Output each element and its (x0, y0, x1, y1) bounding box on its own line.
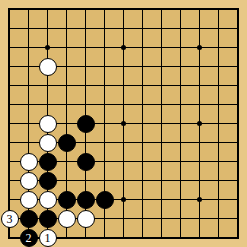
board-point (152, 38, 171, 57)
board-point (133, 133, 152, 152)
hoshi-dot (197, 197, 202, 202)
board-point (114, 190, 133, 209)
board-point (209, 57, 228, 76)
board-point (228, 38, 247, 57)
board-point (171, 57, 190, 76)
board-point (190, 57, 209, 76)
board-point (190, 19, 209, 38)
board-point (171, 0, 190, 19)
board-point (57, 171, 76, 190)
board-point (76, 228, 95, 247)
board-point (19, 209, 38, 228)
board-point (38, 0, 57, 19)
board-point (133, 76, 152, 95)
board-point (171, 76, 190, 95)
board-point (228, 0, 247, 19)
board-point (19, 0, 38, 19)
board-point (228, 190, 247, 209)
board-point (209, 190, 228, 209)
go-diagram: 321 (0, 0, 247, 247)
board-point (152, 57, 171, 76)
board-point (114, 76, 133, 95)
board-point (38, 38, 57, 57)
board-point (152, 95, 171, 114)
hoshi-dot (45, 45, 50, 50)
board-point (38, 19, 57, 38)
board-point (76, 57, 95, 76)
board-point (0, 57, 19, 76)
board-point (190, 38, 209, 57)
board-point (76, 0, 95, 19)
board-point (152, 152, 171, 171)
board-point (57, 0, 76, 19)
board-point (57, 209, 76, 228)
white-stone (20, 191, 38, 209)
black-stone (20, 210, 38, 228)
board-point (133, 95, 152, 114)
board-point (76, 76, 95, 95)
board-point (114, 133, 133, 152)
board-point (95, 57, 114, 76)
board-point (152, 133, 171, 152)
board-point (152, 19, 171, 38)
board-point (171, 133, 190, 152)
white-stone: 3 (1, 210, 19, 228)
board-point (190, 228, 209, 247)
board-point (228, 228, 247, 247)
board-point (19, 114, 38, 133)
board-point (19, 152, 38, 171)
board-point (133, 228, 152, 247)
board-point (95, 190, 114, 209)
board-point (190, 133, 209, 152)
board-point (152, 190, 171, 209)
board-point (228, 19, 247, 38)
board-point (0, 38, 19, 57)
board-point (57, 19, 76, 38)
board-point (95, 152, 114, 171)
hoshi-dot (121, 45, 126, 50)
board-point (95, 171, 114, 190)
move-number: 1 (45, 231, 51, 243)
black-stone (96, 191, 114, 209)
board-point (228, 95, 247, 114)
go-board: 321 (0, 0, 247, 247)
white-stone (58, 210, 76, 228)
board-point (0, 228, 19, 247)
board-point (38, 95, 57, 114)
board-point (133, 209, 152, 228)
board-point (152, 209, 171, 228)
board-point (190, 171, 209, 190)
board-point (209, 133, 228, 152)
board-point (228, 76, 247, 95)
black-stone (39, 172, 57, 190)
board-point (133, 114, 152, 133)
board-point (0, 133, 19, 152)
board-point (19, 133, 38, 152)
board-point (114, 228, 133, 247)
board-point (19, 76, 38, 95)
board-point (190, 114, 209, 133)
board-point (114, 0, 133, 19)
board-point (133, 0, 152, 19)
board-point (76, 171, 95, 190)
board-point (38, 114, 57, 133)
board-point (228, 57, 247, 76)
board-point (152, 114, 171, 133)
board-point (57, 57, 76, 76)
board-point (114, 209, 133, 228)
board-point (171, 209, 190, 228)
hoshi-dot (197, 121, 202, 126)
board-point (171, 152, 190, 171)
board-point (19, 190, 38, 209)
board-point (95, 209, 114, 228)
board-point (152, 0, 171, 19)
board-point (38, 171, 57, 190)
board-point (0, 0, 19, 19)
board-point (114, 19, 133, 38)
board-point (76, 152, 95, 171)
board-point (19, 19, 38, 38)
board-point (228, 133, 247, 152)
board-point (76, 114, 95, 133)
hoshi-dot (197, 45, 202, 50)
board-point (228, 171, 247, 190)
board-point (95, 95, 114, 114)
white-stone (39, 134, 57, 152)
board-point (0, 152, 19, 171)
board-point (0, 114, 19, 133)
board-point (114, 38, 133, 57)
black-stone (77, 153, 95, 171)
board-point (95, 38, 114, 57)
board-point (95, 114, 114, 133)
board-point (0, 76, 19, 95)
board-point: 1 (38, 228, 57, 247)
white-stone: 1 (39, 229, 57, 247)
board-point (57, 95, 76, 114)
board-point (209, 0, 228, 19)
white-stone (39, 58, 57, 76)
hoshi-dot (121, 197, 126, 202)
board-point (228, 114, 247, 133)
board-point (190, 190, 209, 209)
black-stone (58, 134, 76, 152)
board-point (114, 152, 133, 171)
board-point (190, 0, 209, 19)
board-point (57, 76, 76, 95)
board-point (114, 95, 133, 114)
board-point (95, 133, 114, 152)
black-stone: 2 (20, 229, 38, 247)
move-number: 3 (7, 212, 13, 224)
board-point (0, 171, 19, 190)
board-point (228, 209, 247, 228)
board-point (0, 190, 19, 209)
board-point (76, 95, 95, 114)
board-point (0, 95, 19, 114)
board-point (38, 133, 57, 152)
white-stone (39, 115, 57, 133)
board-point (133, 19, 152, 38)
board-point (228, 152, 247, 171)
board-point (38, 76, 57, 95)
board-point (171, 38, 190, 57)
board-point (95, 76, 114, 95)
board-point (76, 190, 95, 209)
board-point (190, 76, 209, 95)
board-point (171, 95, 190, 114)
board-point (0, 19, 19, 38)
board-point (95, 228, 114, 247)
board-point (38, 57, 57, 76)
board-point (209, 114, 228, 133)
board-point (209, 38, 228, 57)
board-point (209, 95, 228, 114)
black-stone (77, 115, 95, 133)
move-number: 2 (26, 231, 32, 243)
white-stone (20, 172, 38, 190)
board-point (171, 171, 190, 190)
board-point (171, 19, 190, 38)
board-point (190, 95, 209, 114)
board-point (114, 57, 133, 76)
board-point (76, 133, 95, 152)
hoshi-dot (121, 121, 126, 126)
board-point (133, 57, 152, 76)
board-point (57, 228, 76, 247)
black-stone (58, 191, 76, 209)
board-point (152, 228, 171, 247)
black-stone (77, 191, 95, 209)
board-point (171, 190, 190, 209)
board-point: 2 (19, 228, 38, 247)
board-point (133, 190, 152, 209)
board-point: 3 (0, 209, 19, 228)
white-stone (77, 210, 95, 228)
board-point (38, 152, 57, 171)
board-point (114, 171, 133, 190)
board-point (209, 228, 228, 247)
board-point (57, 38, 76, 57)
board-point (171, 114, 190, 133)
black-stone (39, 210, 57, 228)
board-point (171, 228, 190, 247)
board-point (152, 171, 171, 190)
white-stone (20, 153, 38, 171)
board-point (95, 19, 114, 38)
board-point (209, 171, 228, 190)
board-point (133, 38, 152, 57)
board-point (190, 209, 209, 228)
board-point (19, 171, 38, 190)
board-point (152, 76, 171, 95)
board-point (133, 171, 152, 190)
board-point (76, 209, 95, 228)
board-point (38, 209, 57, 228)
board-point (76, 38, 95, 57)
board-point (19, 57, 38, 76)
board-point (57, 190, 76, 209)
board-point (57, 133, 76, 152)
board-point (209, 76, 228, 95)
black-stone (39, 153, 57, 171)
board-point (133, 152, 152, 171)
white-stone (39, 191, 57, 209)
board-point (19, 38, 38, 57)
board-point (95, 0, 114, 19)
board-point (190, 152, 209, 171)
board-point (76, 19, 95, 38)
board-point (19, 95, 38, 114)
board-point (114, 114, 133, 133)
board-point (209, 152, 228, 171)
board-point (38, 190, 57, 209)
board-point (209, 209, 228, 228)
board-point (209, 19, 228, 38)
board-point (57, 152, 76, 171)
board-point (57, 114, 76, 133)
